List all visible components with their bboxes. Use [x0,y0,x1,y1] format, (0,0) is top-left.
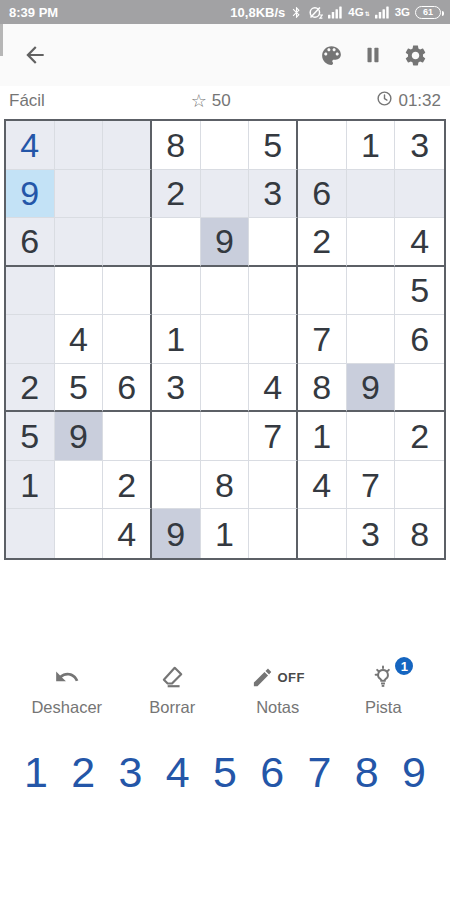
network-type-sim1: 4G [348,6,363,18]
cell-r4c8[interactable] [347,267,396,316]
cell-r4c5[interactable] [201,267,250,316]
cell-r1c3[interactable] [103,121,152,170]
cell-r7c9[interactable]: 2 [395,412,444,461]
cell-r9c8[interactable]: 3 [347,509,396,558]
cell-r1c4[interactable]: 8 [152,121,201,170]
notes-state-badge: OFF [278,670,306,685]
cell-r7c5[interactable] [201,412,250,461]
battery-level: 61 [423,7,433,17]
cell-r7c3[interactable] [103,412,152,461]
cell-r6c9[interactable] [395,364,444,413]
erase-label: Borrar [149,698,195,717]
star-icon: ☆ [191,90,207,112]
timer-value: 01:32 [398,91,441,111]
cell-r2c4[interactable]: 2 [152,170,201,219]
bluetooth-icon [290,5,303,20]
hint-button[interactable]: 1 Pista [341,664,425,717]
cell-r9c2[interactable] [55,509,104,558]
undo-label: Deshacer [31,698,102,717]
cell-r6c7[interactable]: 8 [298,364,347,413]
numpad-5[interactable]: 5 [205,751,245,794]
cell-r9c5[interactable]: 1 [201,509,250,558]
hint-label: Pista [365,698,402,717]
numpad-9[interactable]: 9 [394,751,434,794]
cell-r8c2[interactable] [55,461,104,510]
pause-icon [362,44,384,66]
erase-button[interactable]: Borrar [130,664,214,717]
numpad-1[interactable]: 1 [16,751,56,794]
cell-r6c8[interactable]: 9 [347,364,396,413]
cell-r5c5[interactable] [201,315,250,364]
numpad-4[interactable]: 4 [158,751,198,794]
cell-r7c7[interactable]: 1 [298,412,347,461]
status-time: 8:39 PM [9,5,58,20]
silent-mode-icon [308,5,323,20]
theme-button[interactable] [310,34,352,76]
cell-r4c7[interactable] [298,267,347,316]
cell-r3c8[interactable] [347,218,396,267]
cell-r1c7[interactable] [298,121,347,170]
clock-icon [376,90,393,112]
cell-r8c8[interactable]: 7 [347,461,396,510]
battery-icon: 61 [415,6,441,19]
notes-label: Notas [256,698,299,717]
cell-r2c3[interactable] [103,170,152,219]
cell-r9c3[interactable]: 4 [103,509,152,558]
cell-r8c4[interactable] [152,461,201,510]
cell-r5c2[interactable]: 4 [55,315,104,364]
cell-r1c8[interactable]: 1 [347,121,396,170]
data-arrows-icon: ⇅ [365,11,370,18]
app-toolbar [0,24,450,86]
cell-r9c9[interactable]: 8 [395,509,444,558]
cell-r4c2[interactable] [55,267,104,316]
cell-r3c2[interactable] [55,218,104,267]
numpad-7[interactable]: 7 [300,751,340,794]
cell-r2c6[interactable]: 3 [249,170,298,219]
cell-r8c6[interactable] [249,461,298,510]
cell-r1c5[interactable] [201,121,250,170]
pause-button[interactable] [352,34,394,76]
cell-r7c1[interactable]: 5 [6,412,55,461]
score-value: 50 [212,91,231,111]
cell-r4c1[interactable] [6,267,55,316]
cell-r3c6[interactable] [249,218,298,267]
numpad-3[interactable]: 3 [111,751,151,794]
palette-icon [319,43,344,68]
cell-r2c9[interactable] [395,170,444,219]
settings-button[interactable] [394,34,436,76]
cell-r1c6[interactable]: 5 [249,121,298,170]
signal-bars-sim1-icon [328,6,343,19]
network-type-sim2: 3G [395,6,410,18]
cell-r5c3[interactable] [103,315,152,364]
cell-r2c1[interactable]: 9 [6,170,55,219]
numpad-8[interactable]: 8 [347,751,387,794]
pencil-icon [251,666,274,689]
cell-r1c1[interactable]: 4 [6,121,55,170]
cell-r4c9[interactable]: 5 [395,267,444,316]
cell-r9c6[interactable] [249,509,298,558]
cell-r8c9[interactable] [395,461,444,510]
cell-r9c7[interactable] [298,509,347,558]
cell-r6c5[interactable] [201,364,250,413]
cell-r8c3[interactable]: 2 [103,461,152,510]
numpad-2[interactable]: 2 [63,751,103,794]
signal-bars-sim2-icon [375,6,390,19]
cell-r9c1[interactable] [6,509,55,558]
cell-r3c1[interactable]: 6 [6,218,55,267]
cell-r5c1[interactable] [6,315,55,364]
cell-r6c3[interactable]: 6 [103,364,152,413]
status-network-speed: 10,8KB/s [230,5,285,20]
cell-r4c4[interactable] [152,267,201,316]
cell-r3c4[interactable] [152,218,201,267]
numpad: 123456789 [0,751,450,794]
cell-r3c9[interactable]: 4 [395,218,444,267]
numpad-6[interactable]: 6 [252,751,292,794]
cell-r5c7[interactable]: 7 [298,315,347,364]
cell-r3c7[interactable]: 2 [298,218,347,267]
hint-count-badge: 1 [393,655,415,677]
difficulty-label: Fácil [9,91,45,111]
info-bar: Fácil ☆ 50 01:32 [0,86,450,116]
cell-r8c5[interactable]: 8 [201,461,250,510]
cell-r4c3[interactable] [103,267,152,316]
cell-r4c6[interactable] [249,267,298,316]
cell-r5c6[interactable] [249,315,298,364]
cell-r2c7[interactable]: 6 [298,170,347,219]
undo-icon [54,664,80,690]
eraser-icon [159,664,185,690]
scroll-indicator [0,24,3,56]
back-button[interactable] [14,34,56,76]
cell-r6c1[interactable]: 2 [6,364,55,413]
notes-button[interactable]: OFF Notas [236,664,320,717]
cell-r6c2[interactable]: 5 [55,364,104,413]
action-bar: Deshacer Borrar OFF Notas 1 Pista [0,664,450,717]
cell-r8c7[interactable]: 4 [298,461,347,510]
cell-r6c6[interactable]: 4 [249,364,298,413]
arrow-back-icon [22,42,48,68]
cell-r1c9[interactable]: 3 [395,121,444,170]
cell-r2c5[interactable] [201,170,250,219]
cell-r6c4[interactable]: 3 [152,364,201,413]
cell-r5c4[interactable]: 1 [152,315,201,364]
cell-r3c5[interactable]: 9 [201,218,250,267]
cell-r1c2[interactable] [55,121,104,170]
cell-r2c8[interactable] [347,170,396,219]
gear-icon [403,43,428,68]
cell-r3c3[interactable] [103,218,152,267]
cell-r7c8[interactable] [347,412,396,461]
cell-r8c1[interactable]: 1 [6,461,55,510]
cell-r7c4[interactable] [152,412,201,461]
cell-r5c8[interactable] [347,315,396,364]
cell-r7c2[interactable]: 9 [55,412,104,461]
undo-button[interactable]: Deshacer [25,664,109,717]
cell-r2c2[interactable] [55,170,104,219]
cell-r7c6[interactable]: 7 [249,412,298,461]
cell-r9c4[interactable]: 9 [152,509,201,558]
status-bar: 8:39 PM 10,8KB/s 4G ⇅ 3G 61 [0,0,450,24]
sudoku-board: 4851392366924541762563489597121284749138 [4,119,446,560]
cell-r5c9[interactable]: 6 [395,315,444,364]
